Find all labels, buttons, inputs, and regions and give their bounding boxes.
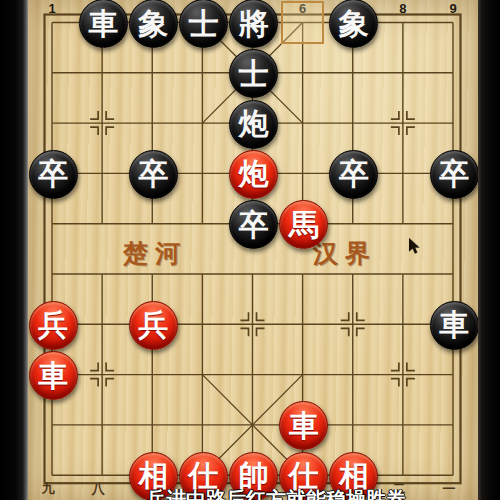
red-piece-車[interactable]: 車 — [29, 351, 78, 400]
red-piece-兵[interactable]: 兵 — [29, 301, 78, 350]
file-label-top-8: 8 — [399, 2, 406, 16]
black-piece-炮[interactable]: 炮 — [229, 100, 278, 149]
black-piece-車[interactable]: 車 — [79, 0, 128, 48]
subtitle-clipped: 兵进中路后红方就能稳操胜券 — [118, 489, 434, 500]
river-label-hanjie: 汉界 — [313, 237, 377, 270]
red-piece-炮[interactable]: 炮 — [229, 150, 278, 199]
black-piece-象[interactable]: 象 — [129, 0, 178, 48]
last-move-highlight — [281, 1, 324, 44]
black-piece-卒[interactable]: 卒 — [229, 200, 278, 249]
red-piece-馬[interactable]: 馬 — [279, 200, 328, 249]
black-piece-車[interactable]: 車 — [430, 301, 479, 350]
black-piece-士[interactable]: 士 — [179, 0, 228, 48]
right-letterbox-bar — [478, 0, 500, 500]
black-piece-將[interactable]: 將 — [229, 0, 278, 48]
file-label-top-1: 1 — [48, 2, 55, 16]
black-piece-卒[interactable]: 卒 — [329, 150, 378, 199]
file-label-bottom-1: 九 — [42, 482, 55, 496]
xiangqi-app-window: 123456789 九八七六五四三二一 楚河 汉界 車象士將象士炮卒卒炮卒卒卒馬… — [0, 0, 500, 500]
black-piece-卒[interactable]: 卒 — [430, 150, 479, 199]
file-label-bottom-9: 一 — [443, 482, 456, 496]
subtitle-text: 兵进中路后红方就能稳操胜券 — [146, 489, 406, 500]
file-label-top-9: 9 — [449, 2, 456, 16]
river-label-chuhe: 楚河 — [123, 237, 187, 270]
mouse-cursor-icon — [409, 238, 423, 256]
black-piece-士[interactable]: 士 — [229, 49, 278, 98]
red-piece-兵[interactable]: 兵 — [129, 301, 178, 350]
black-piece-卒[interactable]: 卒 — [29, 150, 78, 199]
file-label-bottom-2: 八 — [92, 482, 105, 496]
black-piece-卒[interactable]: 卒 — [129, 150, 178, 199]
left-letterbox-bar — [0, 0, 28, 500]
